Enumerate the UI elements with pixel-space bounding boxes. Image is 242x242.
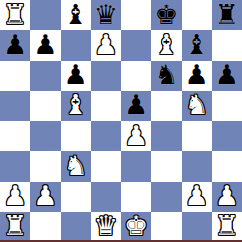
square-f2[interactable] <box>151 182 181 212</box>
black-pawn-piece[interactable]: ♟ <box>215 61 239 88</box>
square-h1[interactable]: ♜ <box>212 212 242 242</box>
square-b8[interactable] <box>30 0 60 30</box>
square-b4[interactable] <box>30 121 60 151</box>
black-pawn-piece[interactable]: ♟ <box>124 91 148 118</box>
square-e4[interactable]: ♟ <box>121 121 151 151</box>
black-bishop-piece[interactable]: ♝ <box>64 1 88 28</box>
square-h4[interactable] <box>212 121 242 151</box>
square-a1[interactable]: ♜ <box>0 212 30 242</box>
square-g7[interactable]: ♝ <box>182 30 212 60</box>
white-bishop-piece[interactable]: ♝ <box>64 91 88 118</box>
black-king-piece[interactable]: ♚ <box>154 1 178 28</box>
square-g1[interactable] <box>182 212 212 242</box>
square-f1[interactable] <box>151 212 181 242</box>
square-h5[interactable] <box>212 91 242 121</box>
square-b2[interactable]: ♟ <box>30 182 60 212</box>
square-h2[interactable]: ♟ <box>212 182 242 212</box>
square-g6[interactable]: ♟ <box>182 61 212 91</box>
square-g3[interactable] <box>182 151 212 181</box>
chess-board: ♜♝♛♚♜♟♟♟♝♝♟♞♟♟♝♟♞♟♞♟♟♟♟♜♛♚♜ <box>0 0 242 242</box>
square-d8[interactable]: ♛ <box>91 0 121 30</box>
black-queen-piece[interactable]: ♛ <box>94 1 118 28</box>
square-f4[interactable] <box>151 121 181 151</box>
square-b5[interactable] <box>30 91 60 121</box>
white-rook-piece[interactable]: ♜ <box>215 212 239 239</box>
square-c5[interactable]: ♝ <box>61 91 91 121</box>
white-king-piece[interactable]: ♚ <box>124 212 148 239</box>
black-pawn-piece[interactable]: ♟ <box>185 61 209 88</box>
black-pawn-piece[interactable]: ♟ <box>3 31 27 58</box>
square-c8[interactable]: ♝ <box>61 0 91 30</box>
board-grid: ♜♝♛♚♜♟♟♟♝♝♟♞♟♟♝♟♞♟♞♟♟♟♟♜♛♚♜ <box>0 0 242 242</box>
square-d2[interactable] <box>91 182 121 212</box>
square-c4[interactable] <box>61 121 91 151</box>
white-pawn-piece[interactable]: ♟ <box>185 182 209 209</box>
square-g4[interactable] <box>182 121 212 151</box>
square-e5[interactable]: ♟ <box>121 91 151 121</box>
white-pawn-piece[interactable]: ♟ <box>94 31 118 58</box>
white-pawn-piece[interactable]: ♟ <box>33 182 57 209</box>
square-a4[interactable] <box>0 121 30 151</box>
black-pawn-piece[interactable]: ♟ <box>33 31 57 58</box>
square-f7[interactable]: ♝ <box>151 30 181 60</box>
square-a7[interactable]: ♟ <box>0 30 30 60</box>
square-a5[interactable] <box>0 91 30 121</box>
square-d6[interactable] <box>91 61 121 91</box>
square-f6[interactable]: ♞ <box>151 61 181 91</box>
black-knight-piece[interactable]: ♞ <box>154 61 178 88</box>
square-c1[interactable] <box>61 212 91 242</box>
square-a3[interactable] <box>0 151 30 181</box>
white-pawn-piece[interactable]: ♟ <box>3 182 27 209</box>
square-b7[interactable]: ♟ <box>30 30 60 60</box>
square-h8[interactable]: ♜ <box>212 0 242 30</box>
square-f8[interactable]: ♚ <box>151 0 181 30</box>
square-d4[interactable] <box>91 121 121 151</box>
square-d3[interactable] <box>91 151 121 181</box>
square-c6[interactable]: ♟ <box>61 61 91 91</box>
white-bishop-piece[interactable]: ♝ <box>154 31 178 58</box>
square-g5[interactable]: ♞ <box>182 91 212 121</box>
square-b1[interactable] <box>30 212 60 242</box>
white-knight-piece[interactable]: ♞ <box>185 91 209 118</box>
square-f3[interactable] <box>151 151 181 181</box>
square-c7[interactable] <box>61 30 91 60</box>
square-a6[interactable] <box>0 61 30 91</box>
square-e3[interactable] <box>121 151 151 181</box>
white-pawn-piece[interactable]: ♟ <box>215 182 239 209</box>
black-rook-piece[interactable]: ♜ <box>215 1 239 28</box>
black-bishop-piece[interactable]: ♝ <box>185 31 209 58</box>
square-b3[interactable] <box>30 151 60 181</box>
square-c3[interactable]: ♞ <box>61 151 91 181</box>
square-a8[interactable]: ♜ <box>0 0 30 30</box>
square-c2[interactable] <box>61 182 91 212</box>
square-g8[interactable] <box>182 0 212 30</box>
square-e7[interactable] <box>121 30 151 60</box>
white-queen-piece[interactable]: ♛ <box>94 212 118 239</box>
square-f5[interactable] <box>151 91 181 121</box>
square-e6[interactable] <box>121 61 151 91</box>
square-h3[interactable] <box>212 151 242 181</box>
square-h6[interactable]: ♟ <box>212 61 242 91</box>
square-e2[interactable] <box>121 182 151 212</box>
square-e8[interactable] <box>121 0 151 30</box>
square-h7[interactable] <box>212 30 242 60</box>
square-a2[interactable]: ♟ <box>0 182 30 212</box>
square-d7[interactable]: ♟ <box>91 30 121 60</box>
square-g2[interactable]: ♟ <box>182 182 212 212</box>
white-rook-piece[interactable]: ♜ <box>3 1 27 28</box>
square-e1[interactable]: ♚ <box>121 212 151 242</box>
black-pawn-piece[interactable]: ♟ <box>64 61 88 88</box>
square-d1[interactable]: ♛ <box>91 212 121 242</box>
square-d5[interactable] <box>91 91 121 121</box>
square-b6[interactable] <box>30 61 60 91</box>
white-rook-piece[interactable]: ♜ <box>3 212 27 239</box>
white-pawn-piece[interactable]: ♟ <box>124 122 148 149</box>
white-knight-piece[interactable]: ♞ <box>64 152 88 179</box>
